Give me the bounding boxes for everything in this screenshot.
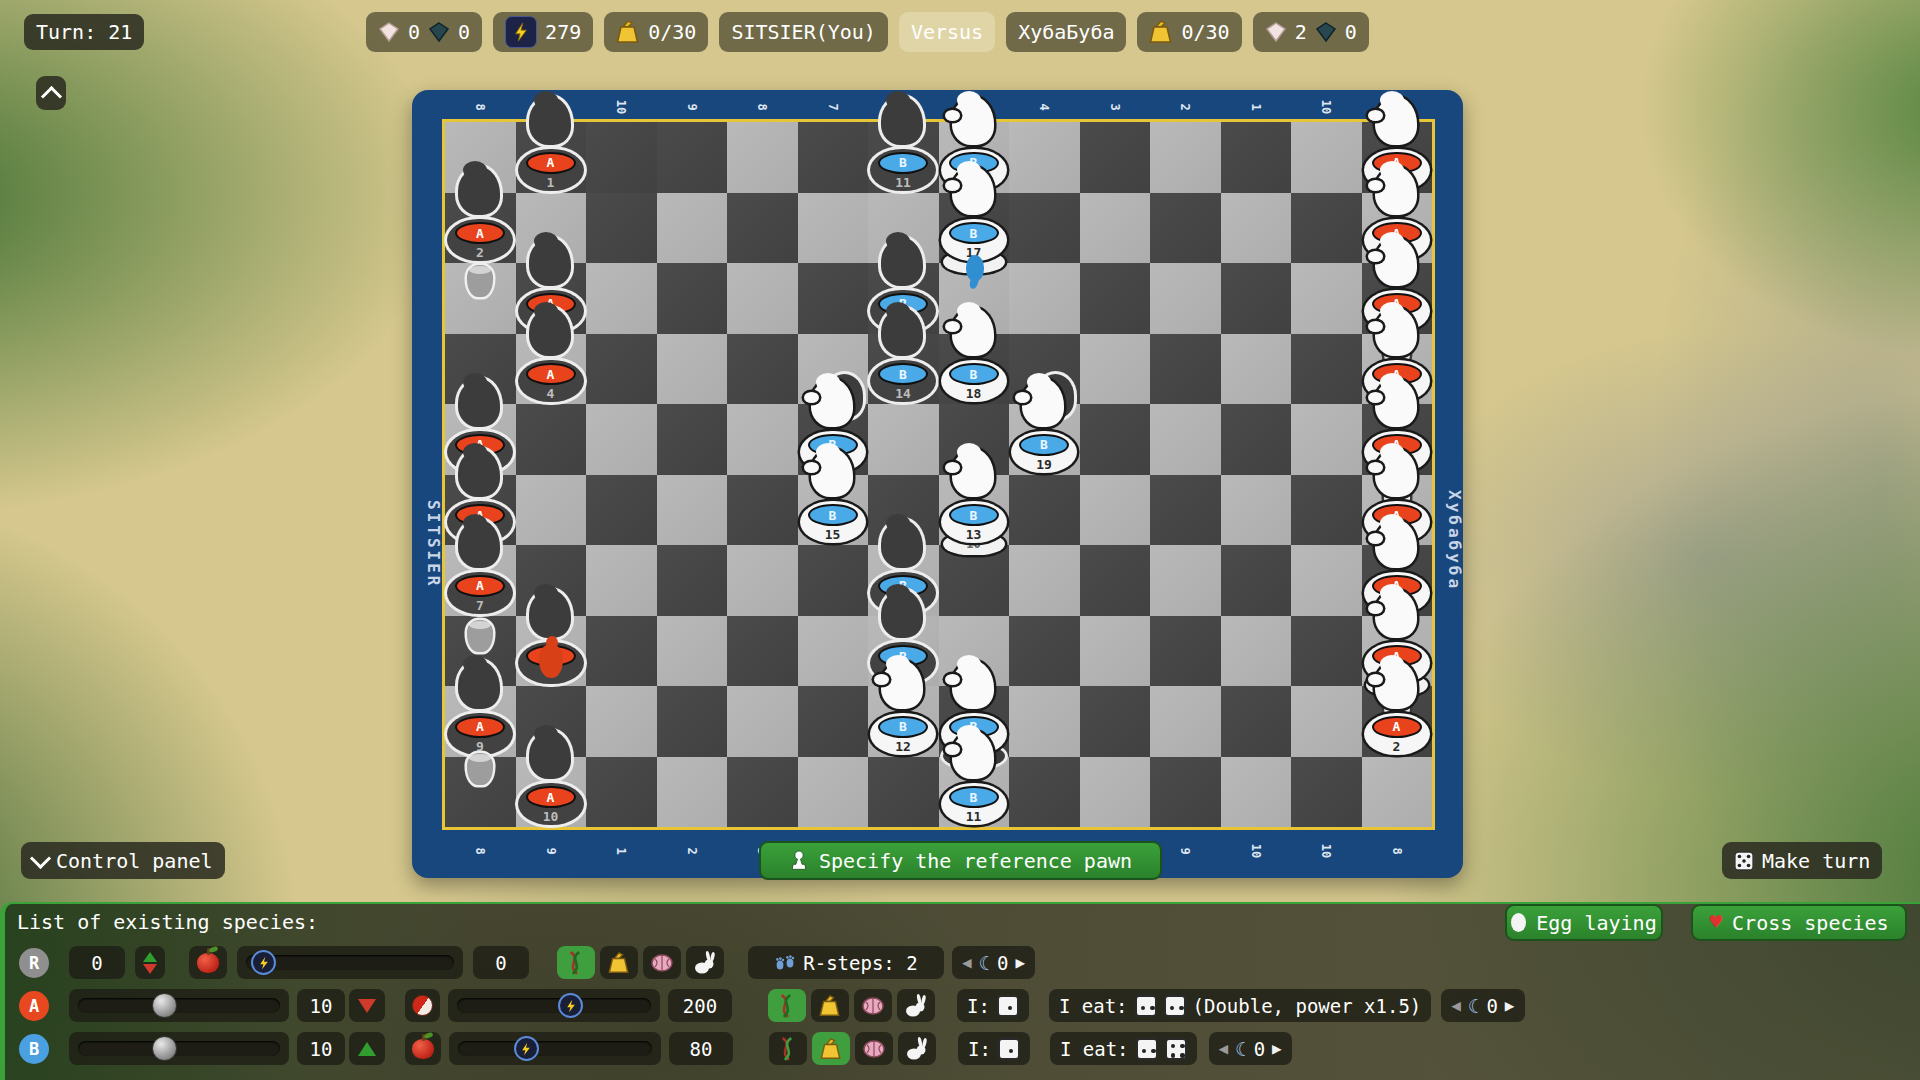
player-you-pill: SITSIER(You) xyxy=(719,12,888,52)
bag-icon xyxy=(616,19,640,45)
gorilla-head-icon xyxy=(529,308,571,356)
bag-icon[interactable] xyxy=(811,989,849,1022)
dice-icon xyxy=(1165,1038,1187,1060)
eat-label-B: I eat: xyxy=(1060,1038,1129,1060)
opponent-light-crystal-count: 2 xyxy=(1295,20,1307,44)
intellect-pill-B: I: xyxy=(958,1032,1030,1065)
moon-value-A: 0 xyxy=(1486,995,1497,1017)
control-panel-button[interactable]: Control panel xyxy=(21,842,225,879)
egg-icon xyxy=(1511,913,1526,932)
species-control-panel: List of existing species: Egg laying ♥ C… xyxy=(0,902,1920,1080)
duck-head-icon xyxy=(952,661,994,709)
coord-top-9: 3 xyxy=(1105,72,1125,143)
gorilla-head-icon xyxy=(881,238,923,286)
coord-top-11: 1 xyxy=(1246,72,1266,143)
heart-icon: ♥ xyxy=(1709,912,1722,933)
coord-bottom-3: 2 xyxy=(682,816,702,887)
pawn-dark-A[interactable]: A xyxy=(517,590,586,690)
species-badge-B[interactable]: B xyxy=(19,1034,49,1064)
population-value-A: 10 xyxy=(297,989,345,1022)
pawn-base: B11 xyxy=(941,783,1007,825)
species-oval-B: B xyxy=(1019,434,1069,456)
pawn-white-B19[interactable]: B19 xyxy=(1010,379,1079,479)
coord-bottom-12: 10 xyxy=(1316,816,1336,887)
player-opponent-pill: ХубаБуба xyxy=(1006,12,1126,52)
coord-top-10: 2 xyxy=(1175,72,1195,143)
pawn-dark-A7[interactable]: A7 xyxy=(446,520,515,620)
pawn-number: 19 xyxy=(1011,457,1077,472)
chevron-down-icon xyxy=(30,848,51,869)
bag-icon[interactable] xyxy=(812,1032,850,1065)
species-oval-B: B xyxy=(949,786,999,808)
duck-head-icon xyxy=(952,97,994,145)
arrow-left-icon[interactable]: ◀ xyxy=(1219,1039,1229,1058)
green-up-arrow-icon xyxy=(349,1032,385,1065)
crystal-light-icon xyxy=(1265,21,1287,43)
pawn-number: 4 xyxy=(518,386,584,401)
species-row-R: R 0 0 R-st xyxy=(19,946,1035,979)
duck-head-icon xyxy=(952,731,994,779)
food-apple-B xyxy=(405,1032,441,1065)
rabbit-icon[interactable] xyxy=(897,989,935,1022)
intellect-pill-A: I: xyxy=(957,989,1029,1022)
food-halfegg-A xyxy=(405,989,440,1022)
pawn-base: B11 xyxy=(870,149,936,191)
arrow-left-icon[interactable]: ◀ xyxy=(962,953,972,972)
your-bag-pill: 0/30 xyxy=(604,12,708,52)
pawn-white-B15[interactable]: B15 xyxy=(799,449,868,549)
pawn-number: 11 xyxy=(870,175,936,190)
gorilla-head-icon xyxy=(881,308,923,356)
specify-reference-pawn-button[interactable]: Specify the reference pawn xyxy=(759,841,1162,880)
pawn-base: B12 xyxy=(870,713,936,755)
pawn-base: B18 xyxy=(941,360,1007,402)
pawn-number: 15 xyxy=(800,527,866,542)
population-slider-A[interactable] xyxy=(69,989,289,1022)
gorilla-head-icon xyxy=(529,238,571,286)
coord-bottom-13: 8 xyxy=(1387,816,1407,887)
pawn-number: 13 xyxy=(941,527,1007,542)
brain-icon[interactable] xyxy=(855,1032,893,1065)
coord-bottom-10: 9 xyxy=(1175,816,1195,887)
moon-value-B: 0 xyxy=(1254,1038,1265,1060)
duck-head-icon xyxy=(1375,449,1417,497)
control-panel-label: Control panel xyxy=(56,849,213,873)
bag-icon xyxy=(1149,19,1173,45)
pawn-dark-A10[interactable]: A10 xyxy=(517,731,586,831)
game-screen: Turn: 21 0 0 279 0/30 SITSIER(You) Vers xyxy=(0,0,1920,1080)
duck-head-icon xyxy=(1375,590,1417,638)
species-oval-A: A xyxy=(455,716,505,738)
coord-top-8: 4 xyxy=(1034,72,1054,143)
coord-top-3: 9 xyxy=(682,72,702,143)
lightning-icon xyxy=(505,16,537,48)
board-right-player-label: Хубабуба xyxy=(1445,490,1464,591)
pawn-number: 14 xyxy=(870,386,936,401)
pawn-white-B18[interactable]: B18 xyxy=(940,308,1009,408)
dice-icon xyxy=(998,1038,1020,1060)
pawn-number: 18 xyxy=(941,386,1007,401)
pawn-base: B19 xyxy=(1011,431,1077,473)
player-opponent-name: ХубаБуба xyxy=(1018,20,1114,44)
duck-head-icon xyxy=(952,308,994,356)
energy-slider-R[interactable] xyxy=(237,946,463,979)
pawn-base: A10 xyxy=(518,783,584,825)
pawn-base: B15 xyxy=(800,501,866,543)
duck-head-icon xyxy=(1375,520,1417,568)
duck-head-icon xyxy=(1375,308,1417,356)
moon-icon: ☾ xyxy=(1235,1038,1246,1060)
rabbit-icon[interactable] xyxy=(898,1032,936,1065)
gorilla-head-icon xyxy=(881,97,923,145)
r-steps-label: R-steps: 2 xyxy=(803,952,917,974)
species-oval-B: B xyxy=(949,504,999,526)
energy-count: 279 xyxy=(545,20,581,44)
i-label-A: I: xyxy=(967,995,990,1017)
species-R-count: 0 xyxy=(69,946,125,979)
pawn-base: B14 xyxy=(870,360,936,402)
specify-reference-pawn-label: Specify the reference pawn xyxy=(819,849,1132,873)
gorilla-head-icon xyxy=(458,520,500,568)
coord-top-0: 8 xyxy=(470,72,490,143)
arrow-right-icon[interactable]: ▶ xyxy=(1016,953,1026,972)
species-oval-A: A xyxy=(455,575,505,597)
board-left-player-label: SITSIER xyxy=(424,500,443,588)
bag-icon[interactable] xyxy=(600,946,638,979)
moon-counter-R: ◀ ☾ 0 ▶ xyxy=(952,946,1035,979)
moon-icon: ☾ xyxy=(979,952,990,974)
pawn-base: A7 xyxy=(447,572,513,614)
species-oval-A: A xyxy=(526,786,576,808)
opponent-bag-count: 0/30 xyxy=(1181,20,1229,44)
species-oval-B: B xyxy=(878,716,928,738)
species-oval-B: B xyxy=(808,504,858,526)
gorilla-head-icon xyxy=(529,590,571,638)
species-list-header: List of existing species: xyxy=(17,910,318,934)
moon-counter-B: ◀ ☾ 0 ▶ xyxy=(1209,1032,1292,1065)
pawn-number: 2 xyxy=(1364,739,1430,754)
species-badge-R[interactable]: R xyxy=(19,948,49,978)
rabbit-icon[interactable] xyxy=(686,946,724,979)
pawn-number: 10 xyxy=(518,809,584,824)
duck-head-icon xyxy=(1022,379,1064,427)
top-resource-bar: 0 0 279 0/30 SITSIER(You) Versus ХубаБуб… xyxy=(366,12,1369,52)
arrow-left-icon[interactable]: ◀ xyxy=(1451,996,1461,1015)
pawn-dark-A4[interactable]: A4 xyxy=(517,308,586,408)
species-oval-B: B xyxy=(949,222,999,244)
game-board: A1A2A3A4A5A6A7AA9A10B11B20B17B13B14B18B1… xyxy=(445,122,1432,827)
moon-counter-A: ◀ ☾ 0 ▶ xyxy=(1441,989,1524,1022)
energy-slider-B[interactable] xyxy=(449,1032,661,1065)
dice-icon xyxy=(1164,995,1186,1017)
pawn-white-B13[interactable]: B1310 xyxy=(940,449,1009,549)
species-row-B: B 10 80 I: xyxy=(19,1032,1292,1065)
pawn-dark-A1[interactable]: A1 xyxy=(517,97,586,197)
your-crystals-pill: 0 0 xyxy=(366,12,482,52)
chevron-up-icon xyxy=(40,85,61,106)
species-oval-B: B xyxy=(878,152,928,174)
pawn-white-B12[interactable]: B12 xyxy=(869,661,938,761)
i-label-B: I: xyxy=(968,1038,991,1060)
species-badge-A[interactable]: A xyxy=(19,991,49,1021)
pawn-base: B13 xyxy=(941,501,1007,543)
crystal-light-icon xyxy=(378,21,400,43)
pawn-base: A2 xyxy=(1364,713,1430,755)
opponent-dark-crystal-count: 0 xyxy=(1345,20,1357,44)
moon-icon: ☾ xyxy=(1468,995,1479,1017)
duck-head-icon xyxy=(1375,238,1417,286)
species-oval-A: A xyxy=(455,222,505,244)
dice-icon xyxy=(1135,995,1157,1017)
species-oval-A: A xyxy=(526,152,576,174)
energy-value-A: 200 xyxy=(668,989,732,1022)
egg-laying-button[interactable]: Egg laying xyxy=(1505,904,1663,941)
pawn-base: A1 xyxy=(518,149,584,191)
pawn-base: A2 xyxy=(447,219,513,261)
food-apple-R xyxy=(189,946,227,979)
make-turn-label: Make turn xyxy=(1762,849,1870,873)
gorilla-head-icon xyxy=(529,731,571,779)
pawn-number: 7 xyxy=(447,598,513,613)
turn-counter: Turn: 21 xyxy=(24,14,144,50)
apple-icon xyxy=(412,1039,434,1059)
apple-icon xyxy=(197,953,219,973)
duck-head-icon xyxy=(1375,97,1417,145)
energy-pill: 279 xyxy=(493,12,593,52)
pawn-icon xyxy=(789,849,809,873)
gorilla-head-icon xyxy=(881,520,923,568)
pawn-number: 12 xyxy=(870,739,936,754)
species-oval-A: A xyxy=(1372,716,1422,738)
duck-head-icon xyxy=(1375,167,1417,215)
crystal-dark-icon xyxy=(1315,21,1337,43)
versus-pill: Versus xyxy=(899,12,995,52)
your-light-crystal-count: 0 xyxy=(408,20,420,44)
arrow-right-icon[interactable]: ▶ xyxy=(1505,996,1515,1015)
duck-head-icon xyxy=(952,167,994,215)
duck-head-icon xyxy=(881,661,923,709)
diet-pill-A: I eat: (Double, power x1.5) xyxy=(1049,989,1431,1022)
dna-icon[interactable] xyxy=(768,989,806,1022)
pawn-dark-A2[interactable]: A2 xyxy=(446,167,515,267)
pawn-number: 1 xyxy=(518,175,584,190)
crystal-dark-icon xyxy=(428,21,450,43)
duck-head-icon xyxy=(1375,379,1417,427)
red-critter-icon xyxy=(539,644,563,678)
species-row-A: A 10 200 I: xyxy=(19,989,1525,1022)
energy-value-R: 0 xyxy=(473,946,529,979)
coord-top-4: 8 xyxy=(752,72,772,143)
pawn-dark-B11[interactable]: B11 xyxy=(869,97,938,197)
gorilla-head-icon xyxy=(458,167,500,215)
duck-head-icon xyxy=(811,449,853,497)
brain-icon[interactable] xyxy=(854,989,892,1022)
coord-top-2: 10 xyxy=(611,72,631,143)
footprints-icon xyxy=(774,954,796,972)
arrow-right-icon[interactable]: ▶ xyxy=(1272,1039,1282,1058)
coord-top-5: 7 xyxy=(823,72,843,143)
eat-label-A: I eat: xyxy=(1059,995,1128,1017)
duck-head-icon xyxy=(1375,661,1417,709)
collapse-button[interactable] xyxy=(36,76,66,110)
make-turn-button[interactable]: Make turn xyxy=(1722,842,1882,879)
pawn-white-A2[interactable]: A2 xyxy=(1363,661,1432,761)
pawn-base: A9 xyxy=(447,713,513,755)
energy-slider-A[interactable] xyxy=(448,989,660,1022)
blue-critter-icon xyxy=(966,255,984,281)
gorilla-head-icon xyxy=(881,590,923,638)
eat-note-A: (Double, power x1.5) xyxy=(1193,995,1422,1017)
red-down-arrow-icon xyxy=(349,989,385,1022)
coord-bottom-11: 10 xyxy=(1246,816,1266,887)
opponent-crystals-pill: 2 0 xyxy=(1253,12,1369,52)
population-value-B: 10 xyxy=(297,1032,345,1065)
diet-pill-B: I eat: xyxy=(1050,1032,1197,1065)
egg-laying-label: Egg laying xyxy=(1536,911,1656,935)
cross-species-button[interactable]: ♥ Cross species xyxy=(1691,904,1907,941)
gorilla-head-icon xyxy=(458,661,500,709)
gorilla-head-icon xyxy=(458,449,500,497)
cross-species-label: Cross species xyxy=(1732,911,1889,935)
your-bag-count: 0/30 xyxy=(648,20,696,44)
species-oval-A: A xyxy=(526,363,576,385)
game-board-frame: A1A2A3A4A5A6A7AA9A10B11B20B17B13B14B18B1… xyxy=(412,90,1463,878)
dna-icon[interactable] xyxy=(557,946,595,979)
egg-gray[interactable] xyxy=(467,753,493,785)
pawn-number: 11 xyxy=(941,809,1007,824)
dna-icon[interactable] xyxy=(769,1032,807,1065)
up-down-arrows-icon[interactable] xyxy=(135,946,165,979)
dice-icon xyxy=(997,995,1019,1017)
brain-icon[interactable] xyxy=(643,946,681,979)
dice-icon xyxy=(1734,851,1754,871)
pawn-white-B17[interactable]: B17 xyxy=(940,167,1009,267)
coord-bottom-2: 1 xyxy=(611,816,631,887)
moon-value-R: 0 xyxy=(997,952,1008,974)
dice-icon xyxy=(1136,1038,1158,1060)
opponent-bag-pill: 0/30 xyxy=(1137,12,1241,52)
versus-label: Versus xyxy=(911,20,983,44)
pawn-number: 9 xyxy=(447,739,513,754)
duck-head-icon xyxy=(952,449,994,497)
coord-top-12: 10 xyxy=(1316,72,1336,143)
species-oval-B: B xyxy=(949,363,999,385)
pawn-dark-A9[interactable]: A9 xyxy=(446,661,515,761)
gorilla-head-icon xyxy=(458,379,500,427)
duck-head-icon xyxy=(811,379,853,427)
your-dark-crystal-count: 0 xyxy=(458,20,470,44)
egg-gray[interactable] xyxy=(467,620,493,652)
pawn-number: 2 xyxy=(447,245,513,260)
pawn-dark-B14[interactable]: B14 xyxy=(869,308,938,408)
turn-label: Turn: 21 xyxy=(36,20,132,44)
player-you-name: SITSIER(You) xyxy=(731,20,876,44)
r-steps-pill: R-steps: 2 xyxy=(748,946,944,979)
egg-gray[interactable] xyxy=(467,265,493,297)
coord-bottom-0: 8 xyxy=(470,816,490,887)
pawn-base: A4 xyxy=(518,360,584,402)
pawn-white-B11[interactable]: B11 xyxy=(940,731,1009,831)
species-oval-B: B xyxy=(878,363,928,385)
half-red-egg-icon xyxy=(412,995,433,1016)
energy-value-B: 80 xyxy=(669,1032,733,1065)
gorilla-head-icon xyxy=(529,97,571,145)
population-slider-B[interactable] xyxy=(69,1032,289,1065)
